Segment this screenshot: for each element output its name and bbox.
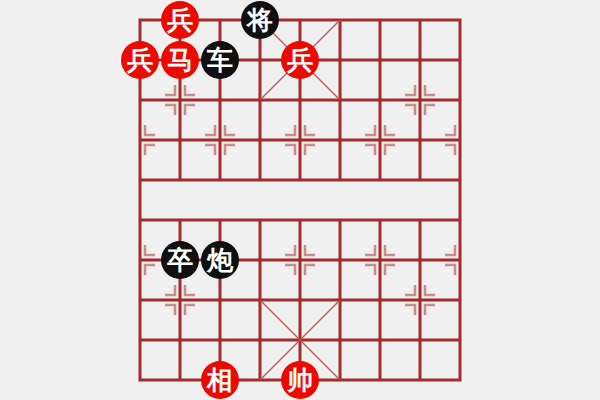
- piece-red-soldier-c[interactable]: 兵: [281, 41, 319, 79]
- piece-red-soldier-b[interactable]: 兵: [121, 41, 159, 79]
- board-point-grid: 兵将兵马车兵卒炮相帅: [120, 0, 480, 400]
- piece-red-soldier-a[interactable]: 兵: [161, 1, 199, 39]
- piece-black-chariot[interactable]: 车: [201, 41, 239, 79]
- xiangqi-board: 兵将兵马车兵卒炮相帅: [0, 0, 600, 400]
- piece-black-soldier[interactable]: 卒: [161, 241, 199, 279]
- piece-red-elephant[interactable]: 相: [201, 361, 239, 399]
- piece-black-general[interactable]: 将: [241, 1, 279, 39]
- piece-black-cannon[interactable]: 炮: [201, 241, 239, 279]
- piece-red-horse[interactable]: 马: [161, 41, 199, 79]
- piece-red-general[interactable]: 帅: [281, 361, 319, 399]
